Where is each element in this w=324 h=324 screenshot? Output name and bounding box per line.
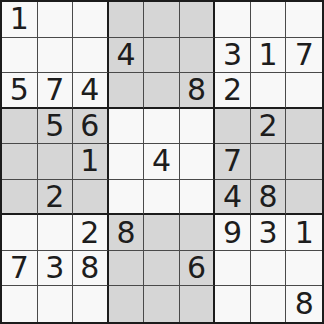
sudoku-cell-given[interactable]: 6 xyxy=(73,109,109,145)
sudoku-cell-given[interactable]: 4 xyxy=(215,180,251,216)
sudoku-cell-empty[interactable] xyxy=(144,180,180,216)
sudoku-cell-given[interactable]: 8 xyxy=(251,180,287,216)
sudoku-cell-empty[interactable] xyxy=(286,144,322,180)
cell-digit: 8 xyxy=(259,182,278,212)
sudoku-cell-empty[interactable] xyxy=(144,251,180,287)
cell-digit: 8 xyxy=(295,289,314,319)
sudoku-cell-empty[interactable] xyxy=(215,286,251,322)
sudoku-cell-given[interactable]: 8 xyxy=(109,215,145,251)
sudoku-cell-empty[interactable] xyxy=(286,251,322,287)
sudoku-cell-given[interactable]: 3 xyxy=(251,215,287,251)
sudoku-cell-empty[interactable] xyxy=(144,38,180,74)
cell-digit: 8 xyxy=(80,253,99,283)
cell-digit: 7 xyxy=(10,253,29,283)
cell-digit: 1 xyxy=(80,146,99,176)
sudoku-cell-empty[interactable] xyxy=(286,180,322,216)
sudoku-cell-given[interactable]: 4 xyxy=(109,38,145,74)
sudoku-cell-empty[interactable] xyxy=(251,73,287,109)
sudoku-cell-empty[interactable] xyxy=(2,286,38,322)
sudoku-cell-empty[interactable] xyxy=(109,180,145,216)
cell-digit: 5 xyxy=(10,75,29,105)
cell-digit: 9 xyxy=(223,218,242,248)
sudoku-cell-given[interactable]: 7 xyxy=(2,251,38,287)
sudoku-cell-empty[interactable] xyxy=(38,286,74,322)
sudoku-cell-empty[interactable] xyxy=(2,215,38,251)
sudoku-cell-empty[interactable] xyxy=(286,73,322,109)
cell-digit: 3 xyxy=(45,253,64,283)
sudoku-cell-empty[interactable] xyxy=(180,180,216,216)
sudoku-cell-empty[interactable] xyxy=(109,109,145,145)
sudoku-cell-empty[interactable] xyxy=(109,251,145,287)
sudoku-cell-given[interactable]: 2 xyxy=(251,109,287,145)
sudoku-cell-empty[interactable] xyxy=(109,73,145,109)
cell-digit: 4 xyxy=(80,75,99,105)
cell-digit: 8 xyxy=(187,75,206,105)
sudoku-cell-given[interactable]: 8 xyxy=(180,73,216,109)
sudoku-cell-empty[interactable] xyxy=(2,38,38,74)
sudoku-cell-given[interactable]: 7 xyxy=(286,38,322,74)
sudoku-cell-given[interactable]: 1 xyxy=(251,38,287,74)
cell-digit: 3 xyxy=(223,40,242,70)
sudoku-cell-empty[interactable] xyxy=(286,2,322,38)
sudoku-cell-given[interactable]: 4 xyxy=(73,73,109,109)
sudoku-cell-given[interactable]: 8 xyxy=(286,286,322,322)
sudoku-cell-given[interactable]: 2 xyxy=(215,73,251,109)
sudoku-cell-given[interactable]: 6 xyxy=(180,251,216,287)
cell-digit: 3 xyxy=(259,218,278,248)
sudoku-cell-empty[interactable] xyxy=(38,38,74,74)
sudoku-cell-given[interactable]: 3 xyxy=(215,38,251,74)
cell-digit: 4 xyxy=(116,40,135,70)
sudoku-cell-empty[interactable] xyxy=(215,2,251,38)
cell-digit: 6 xyxy=(187,253,206,283)
cell-digit: 7 xyxy=(295,40,314,70)
sudoku-cell-empty[interactable] xyxy=(2,180,38,216)
sudoku-cell-empty[interactable] xyxy=(180,215,216,251)
sudoku-cell-given[interactable]: 8 xyxy=(73,251,109,287)
cell-digit: 4 xyxy=(223,182,242,212)
cell-digit: 5 xyxy=(45,111,64,141)
sudoku-cell-empty[interactable] xyxy=(73,2,109,38)
cell-digit: 1 xyxy=(259,40,278,70)
sudoku-board: 14317574825621472482893173868 xyxy=(0,0,324,324)
cell-digit: 1 xyxy=(10,4,29,34)
sudoku-cell-empty[interactable] xyxy=(180,2,216,38)
sudoku-cell-empty[interactable] xyxy=(180,38,216,74)
sudoku-cell-empty[interactable] xyxy=(38,215,74,251)
sudoku-cell-empty[interactable] xyxy=(2,144,38,180)
sudoku-cell-empty[interactable] xyxy=(109,286,145,322)
sudoku-cell-empty[interactable] xyxy=(251,286,287,322)
cell-digit: 2 xyxy=(45,182,64,212)
sudoku-cell-empty[interactable] xyxy=(109,2,145,38)
sudoku-cell-given[interactable]: 7 xyxy=(215,144,251,180)
sudoku-cell-empty[interactable] xyxy=(2,109,38,145)
sudoku-cell-given[interactable]: 2 xyxy=(73,215,109,251)
cell-digit: 4 xyxy=(152,146,171,176)
sudoku-cell-given[interactable]: 3 xyxy=(38,251,74,287)
sudoku-cell-empty[interactable] xyxy=(109,144,145,180)
sudoku-cell-empty[interactable] xyxy=(251,2,287,38)
cell-digit: 1 xyxy=(295,218,314,248)
sudoku-cell-empty[interactable] xyxy=(144,109,180,145)
sudoku-cell-empty[interactable] xyxy=(215,109,251,145)
sudoku-cell-empty[interactable] xyxy=(144,215,180,251)
sudoku-cell-empty[interactable] xyxy=(144,286,180,322)
cell-digit: 8 xyxy=(116,218,135,248)
sudoku-cell-given[interactable]: 1 xyxy=(286,215,322,251)
sudoku-cell-empty[interactable] xyxy=(144,73,180,109)
cell-digit: 2 xyxy=(80,218,99,248)
cell-digit: 6 xyxy=(80,111,99,141)
sudoku-cell-given[interactable]: 5 xyxy=(38,109,74,145)
sudoku-cell-empty[interactable] xyxy=(73,180,109,216)
sudoku-cell-empty[interactable] xyxy=(144,2,180,38)
sudoku-cell-given[interactable]: 4 xyxy=(144,144,180,180)
sudoku-cell-empty[interactable] xyxy=(180,286,216,322)
cell-digit: 2 xyxy=(223,75,242,105)
sudoku-cell-empty[interactable] xyxy=(73,286,109,322)
sudoku-cell-given[interactable]: 5 xyxy=(2,73,38,109)
cell-digit: 2 xyxy=(259,111,278,141)
sudoku-cell-given[interactable]: 7 xyxy=(38,73,74,109)
sudoku-cell-given[interactable]: 9 xyxy=(215,215,251,251)
sudoku-cell-empty[interactable] xyxy=(180,144,216,180)
sudoku-cell-empty[interactable] xyxy=(215,251,251,287)
sudoku-cell-empty[interactable] xyxy=(38,144,74,180)
sudoku-cell-empty[interactable] xyxy=(286,109,322,145)
cell-digit: 7 xyxy=(223,146,242,176)
sudoku-cell-empty[interactable] xyxy=(73,38,109,74)
sudoku-cell-empty[interactable] xyxy=(38,2,74,38)
sudoku-cell-empty[interactable] xyxy=(251,144,287,180)
cell-digit: 7 xyxy=(45,75,64,105)
sudoku-cell-empty[interactable] xyxy=(180,109,216,145)
sudoku-cell-given[interactable]: 2 xyxy=(38,180,74,216)
sudoku-cell-given[interactable]: 1 xyxy=(73,144,109,180)
sudoku-cell-empty[interactable] xyxy=(251,251,287,287)
sudoku-cell-given[interactable]: 1 xyxy=(2,2,38,38)
